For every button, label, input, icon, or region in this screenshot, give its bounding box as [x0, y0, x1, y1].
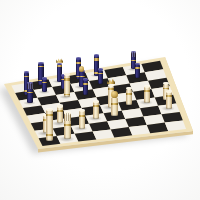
gold-ring	[108, 88, 115, 90]
gold-ring	[42, 82, 47, 84]
gold-ring	[131, 60, 136, 61]
piece-navy-pawn-d6	[83, 80, 88, 95]
gold-ring	[57, 65, 63, 66]
piece-navy-pawn-e7	[98, 70, 103, 84]
gold-band	[94, 58, 99, 60]
piece-top	[94, 54, 99, 56]
gold-ring	[57, 110, 63, 112]
piece-cream-pawn-b3	[57, 106, 63, 124]
piece-top	[144, 85, 150, 88]
piece-top	[93, 100, 99, 103]
gold-ring	[38, 66, 44, 67]
piece-cream-queen-e3	[111, 97, 118, 117]
knurled-grip	[27, 83, 33, 89]
piece-top	[83, 78, 88, 81]
piece-top	[163, 82, 169, 85]
gold-ring	[64, 124, 71, 126]
gold-ring	[46, 114, 54, 116]
gold-ring	[144, 90, 150, 92]
piece-navy-knight-a6	[27, 83, 33, 103]
gold-ring	[111, 103, 118, 105]
piece-top	[79, 109, 86, 112]
gold-band	[76, 62, 81, 64]
piece-top	[46, 108, 54, 111]
piece-navy-pawn-g7	[135, 64, 140, 78]
gold-crown	[56, 58, 63, 63]
piece-top	[42, 77, 47, 80]
gold-band	[64, 78, 70, 81]
pieces-layer	[0, 0, 200, 200]
piece-cream-pawn-d3	[93, 101, 99, 119]
piece-top	[57, 104, 63, 107]
piece-top	[38, 62, 44, 64]
gold-ring	[79, 115, 86, 117]
piece-top	[76, 57, 81, 59]
piece-cream-bishop-c6	[64, 75, 70, 98]
knurled-grip	[64, 113, 71, 121]
gold-ring	[166, 95, 172, 97]
chess-set-photo	[0, 0, 200, 200]
gold-ring	[126, 93, 132, 95]
piece-cream-knight-b1	[64, 113, 71, 139]
piece-cream-rook-a1	[46, 109, 54, 141]
piece-cream-pawn-g4	[144, 86, 150, 103]
gold-ring	[46, 134, 54, 136]
gold-ring	[98, 73, 103, 75]
piece-top	[108, 84, 115, 87]
piece-top	[135, 63, 140, 66]
gold-ball	[111, 91, 118, 98]
gold-ring	[27, 92, 33, 94]
gold-ring	[24, 76, 30, 78]
gold-ring	[93, 105, 99, 107]
piece-cream-pawn-f4	[126, 89, 132, 106]
piece-top	[98, 68, 103, 71]
gold-ring	[79, 76, 85, 78]
piece-top	[64, 73, 70, 76]
piece-navy-pawn-b7	[42, 78, 47, 92]
piece-top	[126, 87, 132, 90]
gold-ring	[135, 67, 140, 69]
knurled-grip	[131, 52, 136, 57]
piece-cream-pawn-c2	[79, 110, 86, 128]
piece-top	[166, 90, 172, 93]
gold-ring	[64, 94, 70, 96]
gold-ring	[83, 83, 88, 85]
piece-top	[24, 71, 30, 74]
piece-cream-pawn-h3	[166, 91, 172, 109]
gold-crown	[107, 78, 116, 84]
